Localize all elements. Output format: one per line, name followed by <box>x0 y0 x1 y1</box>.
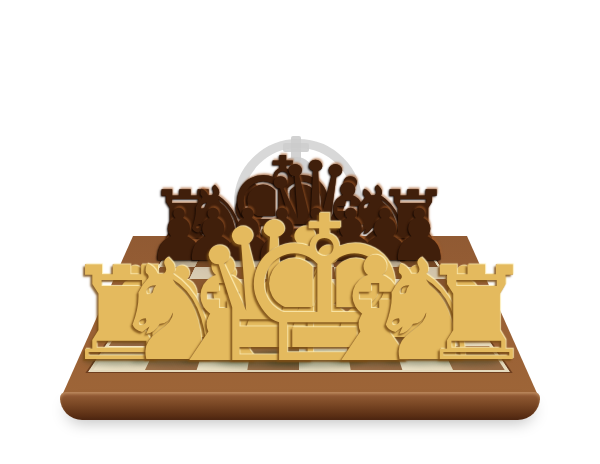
pieces-layer: ♜♞♝♚♛♝♞♜♟♟♟♟♟♟♟♟♟♟♟♟♟♟♟♟♜♞♝♛♚♝♞♜ <box>0 0 600 464</box>
piece-white-rook: ♜ <box>418 250 534 380</box>
chess-set-photo: ♜♞♝♚♛♝♞♜♟♟♟♟♟♟♟♟♟♟♟♟♟♟♟♟♜♞♝♛♚♝♞♜ <box>0 0 600 464</box>
